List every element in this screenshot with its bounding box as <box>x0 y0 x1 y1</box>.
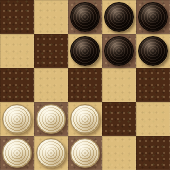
board-square-r1c2[interactable] <box>68 34 102 68</box>
checker-piece-dark[interactable] <box>70 36 100 66</box>
board-square-r0c3[interactable] <box>102 0 136 34</box>
board-square-r1c1[interactable] <box>34 34 68 68</box>
board-square-r3c1[interactable] <box>34 102 68 136</box>
checker-piece-light[interactable] <box>70 104 100 134</box>
board-square-r1c0[interactable] <box>0 34 34 68</box>
board-square-r1c3[interactable] <box>102 34 136 68</box>
board-square-r0c0[interactable] <box>0 0 34 34</box>
board-square-r2c1[interactable] <box>34 68 68 102</box>
checker-piece-dark[interactable] <box>104 2 134 32</box>
checker-piece-dark[interactable] <box>138 36 168 66</box>
board-square-r2c2[interactable] <box>68 68 102 102</box>
checker-piece-light[interactable] <box>36 104 66 134</box>
checker-piece-dark[interactable] <box>104 36 134 66</box>
board-square-r2c4[interactable] <box>136 68 170 102</box>
board-square-r1c4[interactable] <box>136 34 170 68</box>
checker-piece-dark[interactable] <box>70 2 100 32</box>
board-square-r4c4[interactable] <box>136 136 170 170</box>
board-square-r3c2[interactable] <box>68 102 102 136</box>
checker-piece-dark[interactable] <box>138 2 168 32</box>
board-square-r2c3[interactable] <box>102 68 136 102</box>
board-square-r4c1[interactable] <box>34 136 68 170</box>
checker-piece-light[interactable] <box>70 138 100 168</box>
board-square-r0c2[interactable] <box>68 0 102 34</box>
board-square-r4c3[interactable] <box>102 136 136 170</box>
board-square-r3c0[interactable] <box>0 102 34 136</box>
checker-piece-light[interactable] <box>2 104 32 134</box>
checkers-board <box>0 0 170 170</box>
board-square-r2c0[interactable] <box>0 68 34 102</box>
board-square-r3c3[interactable] <box>102 102 136 136</box>
board-square-r0c4[interactable] <box>136 0 170 34</box>
board-square-r4c2[interactable] <box>68 136 102 170</box>
board-square-r3c4[interactable] <box>136 102 170 136</box>
board-square-r0c1[interactable] <box>34 0 68 34</box>
checker-piece-light[interactable] <box>36 138 66 168</box>
checker-piece-light[interactable] <box>2 138 32 168</box>
board-square-r4c0[interactable] <box>0 136 34 170</box>
